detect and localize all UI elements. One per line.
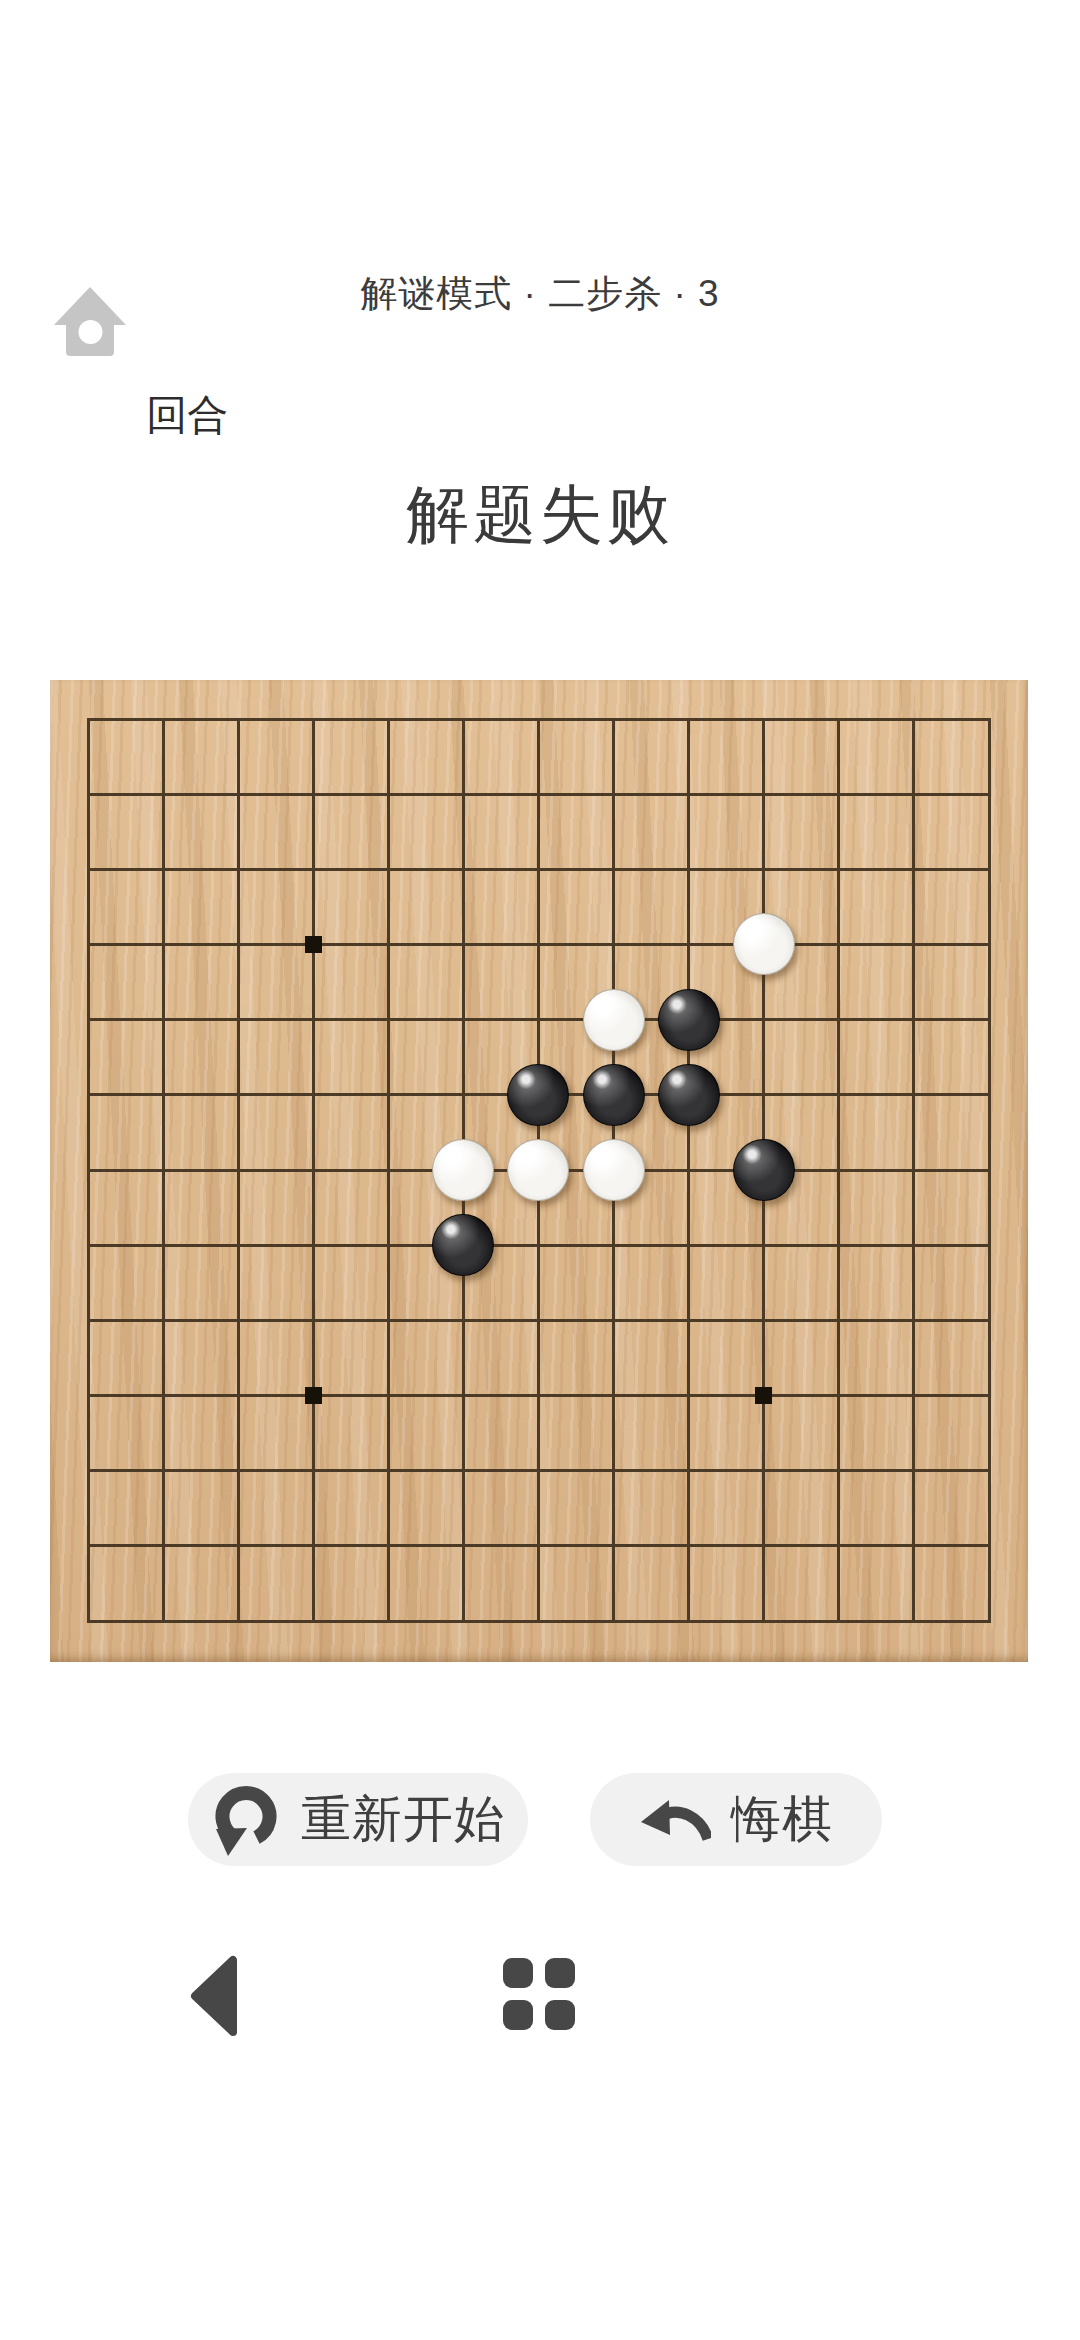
apps-icon <box>545 2000 575 2030</box>
white-stone <box>432 1139 494 1201</box>
white-stone <box>507 1139 569 1201</box>
apps-icon <box>503 2000 533 2030</box>
white-stone <box>583 989 645 1051</box>
round-label: 回合 <box>146 390 228 440</box>
black-stone <box>658 989 720 1051</box>
black-stone <box>658 1064 720 1126</box>
screen: 解谜模式 · 二步杀 · 3 回合 解题失败 重新开始 悔棋 <box>0 0 1080 2340</box>
restart-label: 重新开始 <box>301 1786 505 1853</box>
nav-apps-button[interactable] <box>503 1958 575 2030</box>
result-text: 解题失败 <box>0 478 1080 550</box>
nav-back-button[interactable] <box>190 1955 237 2037</box>
white-stone <box>583 1139 645 1201</box>
undo-icon <box>639 1797 711 1843</box>
restart-button[interactable]: 重新开始 <box>188 1773 528 1866</box>
intersection-grid <box>50 681 1026 1658</box>
black-stone <box>733 1139 795 1201</box>
black-stone <box>583 1064 645 1126</box>
undo-button[interactable]: 悔棋 <box>590 1773 882 1866</box>
apps-icon <box>503 1958 533 1988</box>
restart-icon <box>211 1781 281 1858</box>
black-stone <box>432 1214 494 1276</box>
back-icon <box>190 1955 237 2037</box>
black-stone <box>507 1064 569 1126</box>
page-title: 解谜模式 · 二步杀 · 3 <box>0 272 1080 316</box>
white-stone <box>733 913 795 975</box>
apps-icon <box>545 1958 575 1988</box>
gomoku-board[interactable] <box>50 680 1028 1662</box>
undo-label: 悔棋 <box>731 1786 833 1853</box>
